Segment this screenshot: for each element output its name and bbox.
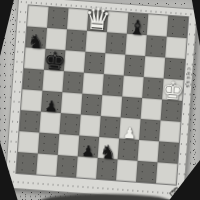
square-h3[interactable] <box>159 120 180 142</box>
square-f4[interactable] <box>121 97 142 119</box>
square-c6[interactable] <box>64 50 85 72</box>
square-c1[interactable] <box>56 155 77 177</box>
square-b2[interactable] <box>38 133 59 155</box>
square-d3[interactable] <box>79 115 100 137</box>
black-pawn-glyph: ♟ <box>81 145 95 160</box>
square-e3[interactable] <box>99 116 120 138</box>
square-g7[interactable] <box>145 35 166 57</box>
piece-black-pawn[interactable]: ♟ <box>41 91 62 113</box>
piece-white-pawn[interactable]: ♟ <box>119 117 140 139</box>
square-h2[interactable] <box>157 141 178 163</box>
chess-board: ♛♝♞♚♚♟♟♟♞ CHESS ✣ <box>4 0 198 200</box>
square-h8[interactable] <box>167 16 188 38</box>
square-a1[interactable] <box>16 152 37 174</box>
square-a3[interactable] <box>19 110 40 132</box>
piece-black-king[interactable]: ♚ <box>44 49 65 71</box>
square-b8[interactable] <box>47 7 68 29</box>
square-c5[interactable] <box>62 71 83 93</box>
square-d4[interactable] <box>81 94 102 116</box>
black-knight-glyph: ♞ <box>99 143 117 162</box>
square-f1[interactable] <box>116 159 137 181</box>
square-f5[interactable] <box>122 76 143 98</box>
square-h7[interactable] <box>165 37 186 59</box>
square-f6[interactable] <box>124 55 145 77</box>
square-b1[interactable] <box>36 154 57 176</box>
black-king-glyph: ♚ <box>43 49 67 74</box>
square-a2[interactable] <box>18 131 39 153</box>
square-e5[interactable] <box>102 74 123 96</box>
white-queen-glyph: ♛ <box>83 5 112 34</box>
square-h1[interactable] <box>156 162 177 184</box>
square-e6[interactable] <box>104 53 125 75</box>
square-d6[interactable] <box>84 52 105 74</box>
square-a4[interactable] <box>21 89 42 111</box>
piece-black-knight[interactable]: ♞ <box>98 137 119 159</box>
square-c3[interactable] <box>59 113 80 135</box>
square-c2[interactable] <box>58 134 79 156</box>
board-grid: ♛♝♞♚♚♟♟♟♞ <box>15 4 189 185</box>
piece-black-bishop[interactable]: ♝ <box>127 13 148 35</box>
square-g8[interactable] <box>147 14 168 36</box>
piece-white-queen[interactable]: ♛ <box>87 10 108 32</box>
square-g2[interactable] <box>138 140 159 162</box>
board-brand-text: CHESS <box>185 67 192 89</box>
square-a8[interactable] <box>27 5 48 27</box>
square-g4[interactable] <box>141 98 162 120</box>
square-a5[interactable] <box>22 68 43 90</box>
black-bishop-glyph: ♝ <box>128 17 147 37</box>
piece-black-pawn[interactable]: ♟ <box>78 136 99 158</box>
piece-white-king[interactable]: ♚ <box>162 79 183 101</box>
white-king-glyph: ♚ <box>161 78 185 103</box>
square-d5[interactable] <box>82 73 103 95</box>
photo-frame: ♛♝♞♚♚♟♟♟♞ CHESS ✣ <box>0 0 200 200</box>
square-e4[interactable] <box>101 95 122 117</box>
black-knight-glyph: ♞ <box>27 32 45 51</box>
white-pawn-glyph: ♟ <box>122 127 136 142</box>
square-g1[interactable] <box>136 161 157 183</box>
square-c4[interactable] <box>61 92 82 114</box>
square-g3[interactable] <box>139 119 160 141</box>
black-pawn-glyph: ♟ <box>44 100 58 115</box>
